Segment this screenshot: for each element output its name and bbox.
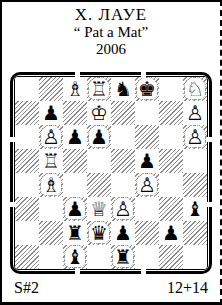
chess-board: ♗♖♞♚♘♟♔♙♙♟♟♙♖♟♗♙♟♕♙♝♜♛♟♟♝♜: [15, 77, 207, 269]
black-pawn-g2: ♟: [161, 222, 181, 243]
black-pawn-c3: ♟: [65, 198, 85, 219]
black-queen-d2: ♛: [89, 222, 109, 243]
black-pawn-f5: ♟: [137, 150, 157, 171]
white-pawn-b6: ♙: [41, 126, 61, 147]
square-g6: [159, 125, 183, 149]
square-c7: [63, 101, 87, 125]
white-pawn-h6: ♙: [185, 126, 205, 147]
square-e6: [111, 125, 135, 149]
square-d2: ♛: [87, 221, 111, 245]
square-c4: [63, 173, 87, 197]
square-a7: [15, 101, 39, 125]
black-rook-c2: ♜: [65, 222, 85, 243]
square-b6: ♙: [39, 125, 63, 149]
square-h3: ♝: [183, 197, 207, 221]
square-d5: [87, 149, 111, 173]
square-h6: ♙: [183, 125, 207, 149]
board-wrap: ♗♖♞♚♘♟♔♙♙♟♟♙♖♟♗♙♟♕♙♝♜♛♟♟♝♜: [2, 72, 220, 274]
square-g5: [159, 149, 183, 173]
square-c2: ♜: [63, 221, 87, 245]
white-pawn-h7: ♙: [185, 102, 205, 123]
black-bishop-c1: ♝: [65, 246, 85, 267]
square-g4: [159, 173, 183, 197]
square-b8: [39, 77, 63, 101]
square-f4: ♙: [135, 173, 159, 197]
square-d7: ♔: [87, 101, 111, 125]
square-d8: ♖: [87, 77, 111, 101]
square-b5: ♖: [39, 149, 63, 173]
white-pawn-e3: ♙: [113, 198, 133, 219]
square-c5: [63, 149, 87, 173]
square-b7: ♟: [39, 101, 63, 125]
square-c1: ♝: [63, 245, 87, 269]
square-f2: [135, 221, 159, 245]
white-bishop-c8: ♗: [65, 78, 85, 99]
square-f8: ♚: [135, 77, 159, 101]
square-d4: [87, 173, 111, 197]
square-h4: [183, 173, 207, 197]
square-f1: [135, 245, 159, 269]
frame-notch: [141, 71, 146, 78]
square-c8: ♗: [63, 77, 87, 101]
square-d6: ♟: [87, 125, 111, 149]
square-b1: [39, 245, 63, 269]
black-pawn-c6: ♟: [65, 126, 85, 147]
problem-header: Х. ЛАУЕ “ Pat a Mat” 2006: [2, 2, 220, 58]
square-f3: [135, 197, 159, 221]
white-queen-d3: ♕: [89, 198, 109, 219]
diagram-page: Х. ЛАУЕ “ Pat a Mat” 2006 ♗♖♞♚♘♟♔♙♙♟♟♙♖♟…: [0, 0, 222, 305]
square-a8: [15, 77, 39, 101]
square-d3: ♕: [87, 197, 111, 221]
square-f5: ♟: [135, 149, 159, 173]
square-h5: [183, 149, 207, 173]
black-king-f8: ♚: [137, 78, 157, 99]
square-b3: [39, 197, 63, 221]
caption-row: S#2 12+14: [2, 274, 220, 297]
square-e7: [111, 101, 135, 125]
frame-notch: [141, 268, 146, 275]
stipulation: S#2: [14, 279, 39, 297]
square-c6: ♟: [63, 125, 87, 149]
black-rook-e1: ♜: [113, 246, 133, 267]
source-title: “ Pat a Mat”: [2, 24, 220, 41]
square-b4: ♗: [39, 173, 63, 197]
square-a1: [15, 245, 39, 269]
piece-count: 12+14: [167, 279, 208, 297]
board-frame: ♗♖♞♚♘♟♔♙♙♟♟♙♖♟♗♙♟♕♙♝♜♛♟♟♝♜: [10, 72, 212, 274]
square-a3: [15, 197, 39, 221]
square-b2: [39, 221, 63, 245]
frame-notch: [206, 137, 213, 142]
white-rook-b5: ♖: [41, 150, 61, 171]
square-f6: [135, 125, 159, 149]
square-g8: [159, 77, 183, 101]
frame-notch: [9, 202, 16, 207]
black-pawn-b7: ♟: [41, 102, 61, 123]
square-h2: [183, 221, 207, 245]
white-knight-h8: ♘: [185, 78, 205, 99]
frame-notch: [75, 268, 80, 275]
square-e5: [111, 149, 135, 173]
square-g1: [159, 245, 183, 269]
white-rook-d8: ♖: [89, 78, 109, 99]
square-g3: [159, 197, 183, 221]
square-h1: [183, 245, 207, 269]
publication-year: 2006: [2, 41, 220, 58]
frame-notch: [9, 137, 16, 142]
frame-notch: [206, 202, 213, 207]
frame-notch: [75, 71, 80, 78]
square-d1: [87, 245, 111, 269]
square-c3: ♟: [63, 197, 87, 221]
board-inner: ♗♖♞♚♘♟♔♙♙♟♟♙♖♟♗♙♟♕♙♝♜♛♟♟♝♜: [14, 76, 208, 270]
black-bishop-h3: ♝: [185, 198, 205, 219]
square-h7: ♙: [183, 101, 207, 125]
white-king-d7: ♔: [89, 102, 109, 123]
square-e4: [111, 173, 135, 197]
square-g7: [159, 101, 183, 125]
black-pawn-d6: ♟: [89, 126, 109, 147]
white-pawn-f4: ♙: [137, 174, 157, 195]
black-pawn-e2: ♟: [113, 222, 133, 243]
square-a5: [15, 149, 39, 173]
square-h8: ♘: [183, 77, 207, 101]
square-a2: [15, 221, 39, 245]
square-a6: [15, 125, 39, 149]
square-a4: [15, 173, 39, 197]
square-e1: ♜: [111, 245, 135, 269]
square-e8: ♞: [111, 77, 135, 101]
white-bishop-b4: ♗: [41, 174, 61, 195]
author-name: Х. ЛАУЕ: [2, 5, 220, 24]
black-knight-e8: ♞: [113, 78, 133, 99]
square-f7: [135, 101, 159, 125]
square-g2: ♟: [159, 221, 183, 245]
square-e3: ♙: [111, 197, 135, 221]
square-e2: ♟: [111, 221, 135, 245]
